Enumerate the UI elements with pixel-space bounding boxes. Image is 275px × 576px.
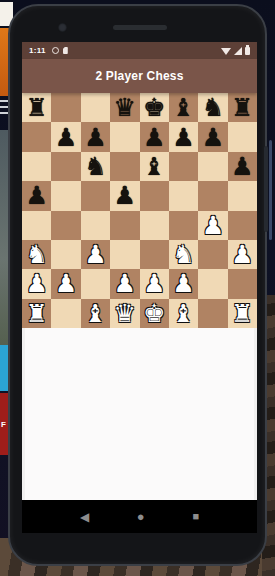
white-pawn: ♟ [143,269,165,298]
white-bishop: ♝ [84,299,106,328]
square-f5[interactable] [169,181,198,210]
square-h8[interactable]: ♜ [228,93,257,122]
black-queen: ♛ [114,93,136,122]
chess-board: ♜♛♚♝♞♜♟♟♟♟♟♞♝♟♟♟♟♞♟♞♟♟♟♟♟♟♜♝♛♚♝♜ [22,93,257,328]
square-g5[interactable] [198,181,227,210]
square-d7[interactable] [110,122,139,151]
square-f7[interactable]: ♟ [169,122,198,151]
black-pawn: ♟ [202,123,224,152]
square-f2[interactable]: ♟ [169,269,198,298]
square-c1[interactable]: ♝ [81,299,110,328]
square-e7[interactable]: ♟ [140,122,169,151]
white-pawn: ♟ [114,269,136,298]
square-c4[interactable] [81,211,110,240]
phone-screen: 1:11 2 Player Chess ♜♛♚♝♞♜♟♟♟♟♟♞♝♟♟♟♟♞♟♞… [22,42,257,533]
battery-icon [245,47,250,55]
square-d8[interactable]: ♛ [110,93,139,122]
square-h2[interactable] [228,269,257,298]
square-h4[interactable] [228,211,257,240]
earpiece-speaker [113,25,167,30]
square-h7[interactable] [228,122,257,151]
back-button[interactable]: ◀ [80,511,89,523]
app-title: 2 Player Chess [95,69,183,83]
square-d1[interactable]: ♛ [110,299,139,328]
white-pawn: ♟ [202,211,224,240]
white-rook: ♜ [231,299,253,328]
square-d4[interactable] [110,211,139,240]
black-rook: ♜ [231,93,253,122]
black-bishop: ♝ [172,93,194,122]
notification-circle-icon [52,47,59,54]
square-c7[interactable]: ♟ [81,122,110,151]
front-camera-icon [58,23,67,32]
black-bishop: ♝ [143,152,165,181]
square-d3[interactable] [110,240,139,269]
square-g4[interactable]: ♟ [198,211,227,240]
white-pawn: ♟ [231,240,253,269]
square-g6[interactable] [198,152,227,181]
square-g8[interactable]: ♞ [198,93,227,122]
square-f8[interactable]: ♝ [169,93,198,122]
black-knight: ♞ [202,93,224,122]
recents-button[interactable]: ■ [192,511,199,522]
square-c6[interactable]: ♞ [81,152,110,181]
square-f6[interactable] [169,152,198,181]
white-pawn: ♟ [55,269,77,298]
square-d6[interactable] [110,152,139,181]
black-pawn: ♟ [55,123,77,152]
app-bar: 2 Player Chess [22,59,257,93]
square-b4[interactable] [51,211,80,240]
square-c5[interactable] [81,181,110,210]
square-g3[interactable] [198,240,227,269]
power-button [264,146,268,232]
square-b2[interactable]: ♟ [51,269,80,298]
white-knight: ♞ [172,240,194,269]
black-pawn: ♟ [114,181,136,210]
square-e8[interactable]: ♚ [140,93,169,122]
square-g2[interactable] [198,269,227,298]
black-pawn: ♟ [231,152,253,181]
square-e6[interactable]: ♝ [140,152,169,181]
square-e5[interactable] [140,181,169,210]
square-a7[interactable] [22,122,51,151]
square-e3[interactable] [140,240,169,269]
square-a1[interactable]: ♜ [22,299,51,328]
square-h5[interactable] [228,181,257,210]
square-h3[interactable]: ♟ [228,240,257,269]
content-area [22,328,257,500]
black-knight: ♞ [84,152,106,181]
white-pawn: ♟ [172,269,194,298]
square-c3[interactable]: ♟ [81,240,110,269]
black-pawn: ♟ [172,123,194,152]
square-e2[interactable]: ♟ [140,269,169,298]
white-pawn: ♟ [84,240,106,269]
square-a4[interactable] [22,211,51,240]
square-b1[interactable] [51,299,80,328]
square-a5[interactable]: ♟ [22,181,51,210]
square-g1[interactable] [198,299,227,328]
square-h6[interactable]: ♟ [228,152,257,181]
square-b5[interactable] [51,181,80,210]
signal-icon [234,47,242,55]
status-bar: 1:11 [22,42,257,59]
square-g7[interactable]: ♟ [198,122,227,151]
status-time: 1:11 [29,46,46,55]
home-button[interactable]: ● [137,510,145,523]
black-pawn: ♟ [25,181,47,210]
square-h1[interactable]: ♜ [228,299,257,328]
square-a3[interactable]: ♞ [22,240,51,269]
square-b7[interactable]: ♟ [51,122,80,151]
square-f4[interactable] [169,211,198,240]
white-queen: ♛ [114,299,136,328]
white-knight: ♞ [25,240,47,269]
white-pawn: ♟ [25,269,47,298]
square-f1[interactable]: ♝ [169,299,198,328]
square-a2[interactable]: ♟ [22,269,51,298]
square-a8[interactable]: ♜ [22,93,51,122]
square-b6[interactable] [51,152,80,181]
black-pawn: ♟ [143,123,165,152]
square-a6[interactable] [22,152,51,181]
black-king: ♚ [143,93,165,122]
desktop-background: F 1:11 2 Player Chess [0,0,275,576]
square-b3[interactable] [51,240,80,269]
black-rook: ♜ [25,93,47,122]
square-e4[interactable] [140,211,169,240]
square-f3[interactable]: ♞ [169,240,198,269]
desktop-scrollbar [269,140,272,240]
sim-icon [63,47,68,54]
wifi-icon [221,48,231,55]
square-c8[interactable] [81,93,110,122]
white-bishop: ♝ [172,299,194,328]
square-c2[interactable] [81,269,110,298]
black-pawn: ♟ [84,123,106,152]
phone-frame: 1:11 2 Player Chess ♜♛♚♝♞♜♟♟♟♟♟♞♝♟♟♟♟♞♟♞… [8,4,267,566]
white-rook: ♜ [25,299,47,328]
square-e1[interactable]: ♚ [140,299,169,328]
square-d2[interactable]: ♟ [110,269,139,298]
square-d5[interactable]: ♟ [110,181,139,210]
white-king: ♚ [143,299,165,328]
android-nav-bar: ◀ ● ■ [22,500,257,533]
square-b8[interactable] [51,93,80,122]
